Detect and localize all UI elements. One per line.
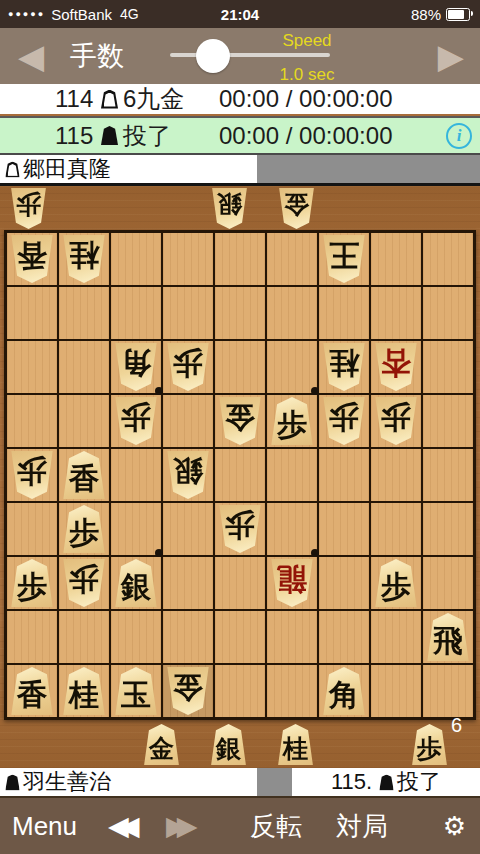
board-square[interactable] — [371, 665, 421, 717]
board-square[interactable] — [7, 395, 57, 447]
board-square[interactable]: 歩 — [7, 557, 57, 609]
piece-歩[interactable]: 歩 — [10, 559, 54, 607]
board-square[interactable] — [111, 611, 161, 663]
move-number: 115 — [55, 122, 101, 150]
piece-飛[interactable]: 飛 — [426, 613, 470, 661]
board-square[interactable]: 玉 — [111, 665, 161, 717]
board-square[interactable] — [319, 503, 369, 555]
board-square[interactable]: 銀 — [111, 557, 161, 609]
board-square[interactable]: 杏 — [371, 341, 421, 393]
star-point — [155, 549, 163, 557]
move-time: 00:00 / 00:00:00 — [219, 85, 392, 113]
piece-歩[interactable]: 歩 — [270, 397, 314, 445]
board-square[interactable] — [371, 287, 421, 339]
piece-香[interactable]: 香 — [10, 235, 54, 283]
board-square[interactable] — [163, 557, 213, 609]
board-square[interactable] — [163, 287, 213, 339]
piece-歩[interactable]: 歩 — [114, 397, 158, 445]
piece-角[interactable]: 角 — [114, 343, 158, 391]
board-square[interactable] — [267, 233, 317, 285]
piece-歩[interactable]: 歩 — [10, 451, 54, 499]
piece-香[interactable]: 香 — [62, 451, 106, 499]
piece-桂[interactable]: 桂 — [62, 235, 106, 283]
board-square[interactable] — [371, 611, 421, 663]
next-move-button[interactable]: ▶ — [438, 28, 464, 84]
playback-toolbar: ◀ 手数 Speed 1.0 sec ▶ — [0, 28, 480, 84]
board-square[interactable] — [163, 233, 213, 285]
hand-piece-桂[interactable]: 桂 — [277, 724, 314, 765]
battery-percent-label: 88% — [411, 6, 441, 23]
board-square[interactable] — [423, 503, 473, 555]
board-square[interactable]: 歩 — [7, 449, 57, 501]
gote-player-bar: 郷田真隆 — [0, 155, 480, 186]
board-square[interactable]: 龍 — [267, 557, 317, 609]
app-window: ●●●●● SoftBank 4G 21:04 88% ◀ 手数 Speed 1… — [0, 0, 480, 854]
move-text: 6九金 — [123, 83, 184, 115]
fast-forward-button[interactable]: ▶▶ — [166, 798, 198, 854]
board-square[interactable]: 角 — [319, 665, 369, 717]
sente-mark-icon — [5, 774, 19, 790]
board-square[interactable]: 歩 — [371, 557, 421, 609]
info-icon[interactable]: i — [446, 123, 472, 149]
current-move-text: 投了 — [397, 767, 441, 797]
gote-mark-icon — [101, 90, 118, 109]
board-square[interactable]: 歩 — [267, 395, 317, 447]
board-square[interactable] — [423, 287, 473, 339]
board-square[interactable]: 銀 — [163, 449, 213, 501]
board-square[interactable] — [267, 665, 317, 717]
shogi-board: 香桂王角歩桂杏歩金歩歩歩歩香銀歩歩歩歩銀龍歩飛香桂玉金角 — [4, 230, 476, 720]
board-square[interactable] — [423, 665, 473, 717]
board-square[interactable] — [163, 503, 213, 555]
piece-歩[interactable]: 歩 — [322, 397, 366, 445]
board-square[interactable]: 金 — [163, 665, 213, 717]
piece-歩[interactable]: 歩 — [62, 559, 106, 607]
board-area: 歩銀金 香桂王角歩桂杏歩金歩歩歩歩香銀歩歩歩歩銀龍歩飛香桂玉金角 金銀桂歩6 — [0, 186, 480, 768]
settings-gear-icon[interactable]: ⚙ — [443, 798, 466, 854]
new-game-button[interactable]: 対局 — [336, 798, 388, 854]
board-square[interactable] — [319, 611, 369, 663]
gote-player-name: 郷田真隆 — [23, 154, 111, 184]
piece-杏[interactable]: 杏 — [374, 343, 418, 391]
bottom-toolbar: Menu ◀◀ ▶▶ 反転 対局 ⚙ — [0, 796, 480, 854]
board-square[interactable] — [267, 287, 317, 339]
flip-board-button[interactable]: 反転 — [250, 798, 302, 854]
board-square[interactable] — [7, 287, 57, 339]
sente-hand: 金銀桂歩6 — [0, 720, 480, 766]
board-square[interactable] — [215, 341, 265, 393]
piece-歩[interactable]: 歩 — [62, 505, 106, 553]
piece-玉[interactable]: 玉 — [114, 667, 158, 715]
board-square[interactable] — [319, 557, 369, 609]
board-square[interactable] — [111, 449, 161, 501]
board-square[interactable]: 桂 — [59, 665, 109, 717]
move-time: 00:00 / 00:00:00 — [219, 122, 392, 150]
board-frame: 香桂王角歩桂杏歩金歩歩歩歩香銀歩歩歩歩銀龍歩飛香桂玉金角 — [4, 230, 476, 720]
board-square[interactable]: 香 — [59, 449, 109, 501]
hand-piece-歩[interactable]: 歩 — [10, 188, 47, 229]
board-square[interactable] — [319, 449, 369, 501]
board-square[interactable]: 歩 — [215, 503, 265, 555]
piece-桂[interactable]: 桂 — [322, 343, 366, 391]
board-square[interactable] — [423, 341, 473, 393]
piece-金[interactable]: 金 — [166, 667, 210, 715]
board-square[interactable] — [163, 611, 213, 663]
board-square[interactable] — [267, 449, 317, 501]
board-square[interactable] — [7, 341, 57, 393]
hand-piece-歩[interactable]: 歩 — [411, 724, 448, 765]
sente-mark-icon — [379, 774, 393, 790]
piece-歩[interactable]: 歩 — [166, 343, 210, 391]
star-point — [311, 387, 319, 395]
board-square[interactable] — [59, 395, 109, 447]
piece-歩[interactable]: 歩 — [218, 505, 262, 553]
board-square[interactable] — [267, 503, 317, 555]
board-square[interactable] — [423, 233, 473, 285]
battery-icon — [446, 8, 470, 21]
board-square[interactable] — [111, 503, 161, 555]
board-square[interactable]: 香 — [7, 665, 57, 717]
board-square[interactable] — [111, 287, 161, 339]
piece-金[interactable]: 金 — [218, 397, 262, 445]
board-square[interactable]: 飛 — [423, 611, 473, 663]
move-count-label: 手数 — [70, 28, 124, 84]
piece-角[interactable]: 角 — [322, 667, 366, 715]
board-square[interactable]: 桂 — [319, 341, 369, 393]
status-bar: ●●●●● SoftBank 4G 21:04 88% — [0, 0, 480, 28]
board-square[interactable] — [59, 287, 109, 339]
board-square[interactable]: 歩 — [163, 341, 213, 393]
board-square[interactable] — [423, 449, 473, 501]
move-number: 114 — [55, 85, 101, 113]
board-square[interactable] — [215, 287, 265, 339]
board-square[interactable] — [111, 233, 161, 285]
hand-piece-銀[interactable]: 銀 — [210, 724, 247, 765]
star-point — [155, 387, 163, 395]
board-square[interactable] — [423, 395, 473, 447]
piece-桂[interactable]: 桂 — [62, 667, 106, 715]
board-square[interactable] — [215, 557, 265, 609]
speed-value-label: 1.0 sec — [262, 65, 352, 85]
board-square[interactable]: 歩 — [319, 395, 369, 447]
hand-piece-金[interactable]: 金 — [278, 188, 315, 229]
board-square[interactable]: 桂 — [59, 233, 109, 285]
gote-hand: 歩銀金 — [0, 188, 480, 230]
board-square[interactable] — [267, 611, 317, 663]
clock-label: 21:04 — [0, 6, 480, 23]
board-square[interactable]: 香 — [7, 233, 57, 285]
board-square[interactable] — [215, 233, 265, 285]
board-square[interactable]: 歩 — [111, 395, 161, 447]
current-move-number: 115. — [331, 769, 372, 795]
board-square[interactable] — [215, 611, 265, 663]
board-square[interactable] — [163, 395, 213, 447]
board-square[interactable]: 歩 — [59, 557, 109, 609]
board-square[interactable]: 金 — [215, 395, 265, 447]
piece-歩[interactable]: 歩 — [374, 397, 418, 445]
board-square[interactable] — [59, 341, 109, 393]
board-square[interactable] — [267, 341, 317, 393]
board-square[interactable] — [319, 287, 369, 339]
menu-button[interactable]: Menu — [12, 798, 77, 854]
board-square[interactable] — [371, 449, 421, 501]
move-row-115-selected[interactable]: 115 投了 00:00 / 00:00:00 i — [0, 116, 480, 155]
speed-slider-knob[interactable] — [196, 39, 230, 73]
piece-王[interactable]: 王 — [322, 235, 366, 283]
speed-label: Speed — [262, 31, 352, 51]
piece-龍[interactable]: 龍 — [270, 559, 314, 607]
rewind-button[interactable]: ◀◀ — [108, 798, 140, 854]
board-square[interactable] — [423, 557, 473, 609]
board-square[interactable] — [59, 611, 109, 663]
board-square[interactable] — [7, 503, 57, 555]
prev-move-button[interactable]: ◀ — [18, 28, 44, 84]
board-square[interactable] — [215, 665, 265, 717]
hand-piece-銀[interactable]: 銀 — [211, 188, 248, 229]
speed-slider-track[interactable] — [170, 53, 330, 57]
piece-銀[interactable]: 銀 — [114, 559, 158, 607]
board-square[interactable]: 歩 — [59, 503, 109, 555]
piece-歩[interactable]: 歩 — [374, 559, 418, 607]
sente-player-bar: 羽生善治 115. 投了 — [0, 768, 480, 796]
hand-piece-金[interactable]: 金 — [143, 724, 180, 765]
board-square[interactable]: 角 — [111, 341, 161, 393]
move-text: 投了 — [123, 120, 171, 152]
gote-mark-icon — [5, 161, 19, 177]
hand-pawn-count: 6 — [451, 714, 462, 737]
board-square[interactable]: 王 — [319, 233, 369, 285]
board-square[interactable] — [371, 233, 421, 285]
piece-銀[interactable]: 銀 — [166, 451, 210, 499]
sente-player-name: 羽生善治 — [23, 767, 111, 797]
piece-香[interactable]: 香 — [10, 667, 54, 715]
sente-mark-icon — [101, 126, 118, 145]
star-point — [311, 549, 319, 557]
board-square[interactable] — [7, 611, 57, 663]
board-square[interactable] — [371, 503, 421, 555]
board-square[interactable]: 歩 — [371, 395, 421, 447]
move-row-114[interactable]: 114 6九金 00:00 / 00:00:00 — [0, 84, 480, 114]
board-square[interactable] — [215, 449, 265, 501]
